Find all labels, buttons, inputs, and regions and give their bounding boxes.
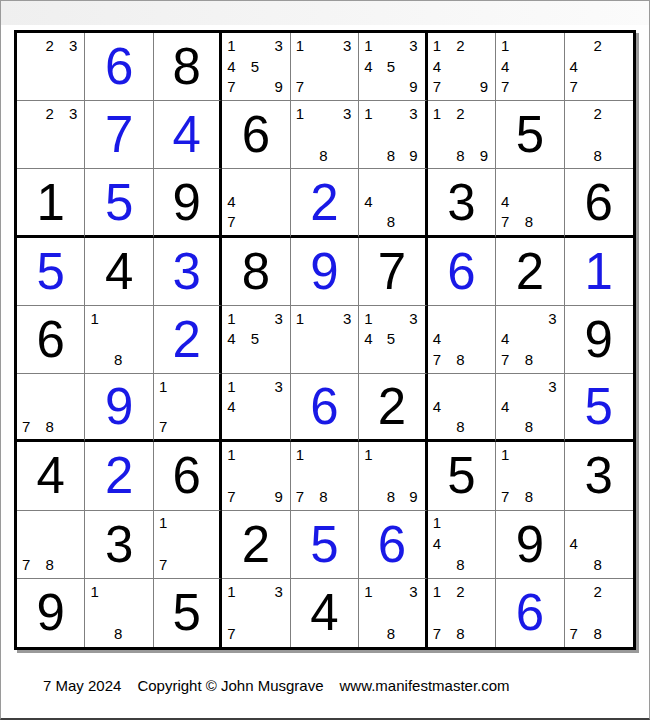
website-url: www.manifestmaster.com xyxy=(340,677,510,694)
cell-r1c1[interactable]: 23 xyxy=(17,33,85,101)
pencil-marks: 28 xyxy=(565,101,633,168)
cell-r5c9[interactable]: 9 xyxy=(565,306,633,374)
candidate-1: 1 xyxy=(227,581,245,602)
cell-r7c1[interactable]: 4 xyxy=(17,442,85,510)
pencil-marks: 137 xyxy=(291,33,358,100)
puzzle-date: 7 May 2024 xyxy=(43,677,121,694)
candidate-7: 7 xyxy=(433,76,451,97)
candidate-7: 7 xyxy=(227,486,245,507)
candidate-9: 9 xyxy=(400,486,418,507)
cell-r4c6[interactable]: 7 xyxy=(359,238,427,306)
candidate-2: 2 xyxy=(40,103,58,124)
candidate-4: 4 xyxy=(227,396,245,416)
cell-r9c1[interactable]: 9 xyxy=(17,579,85,647)
pencil-marks: 138 xyxy=(359,579,424,647)
cell-r3c9[interactable]: 6 xyxy=(565,169,633,237)
candidate-3: 3 xyxy=(264,581,282,602)
candidate-4: 4 xyxy=(364,56,382,77)
candidate-4: 4 xyxy=(501,56,519,77)
solved-digit: 6 xyxy=(105,41,133,92)
page-top-strip xyxy=(1,1,649,25)
candidate-7: 7 xyxy=(501,486,519,507)
candidate-3: 3 xyxy=(538,308,556,329)
candidate-1: 1 xyxy=(501,35,519,56)
cell-r6c9[interactable]: 5 xyxy=(565,374,633,442)
cell-r9c2[interactable]: 18 xyxy=(85,579,153,647)
candidate-1: 1 xyxy=(227,376,245,396)
cell-r2c4[interactable]: 6 xyxy=(222,101,290,169)
cell-r5c2[interactable]: 18 xyxy=(85,306,153,374)
candidate-7: 7 xyxy=(159,416,177,436)
candidate-4: 4 xyxy=(227,56,245,77)
pencil-marks: 247 xyxy=(565,33,633,100)
candidate-9: 9 xyxy=(470,76,488,97)
cell-r6c5[interactable]: 6 xyxy=(291,374,359,442)
pencil-marks: 1289 xyxy=(428,101,495,168)
candidate-3: 3 xyxy=(333,35,351,56)
given-digit: 9 xyxy=(37,587,65,638)
pencil-marks: 48 xyxy=(359,169,424,234)
candidate-7: 7 xyxy=(22,416,40,436)
candidate-4: 4 xyxy=(433,533,451,554)
cell-r7c5[interactable]: 178 xyxy=(291,442,359,510)
cell-r5c8[interactable]: 3478 xyxy=(496,306,564,374)
candidate-1: 1 xyxy=(433,35,451,56)
cell-r2c5[interactable]: 138 xyxy=(291,101,359,169)
cell-r6c6[interactable]: 2 xyxy=(359,374,427,442)
given-digit: 5 xyxy=(516,109,544,160)
cell-r4c9[interactable]: 1 xyxy=(565,238,633,306)
cell-r2c8[interactable]: 5 xyxy=(496,101,564,169)
candidate-4: 4 xyxy=(364,329,382,350)
candidate-1: 1 xyxy=(364,308,382,329)
cell-r5c5[interactable]: 13 xyxy=(291,306,359,374)
candidate-3: 3 xyxy=(264,308,282,329)
candidate-7: 7 xyxy=(22,554,40,575)
candidate-7: 7 xyxy=(501,76,519,97)
candidate-4: 4 xyxy=(501,192,519,212)
pencil-marks: 178 xyxy=(291,442,358,509)
candidate-7: 7 xyxy=(227,212,245,232)
cell-r6c7[interactable]: 48 xyxy=(428,374,496,442)
candidate-7: 7 xyxy=(227,76,245,97)
candidate-8: 8 xyxy=(520,416,538,436)
pencil-marks: 147 xyxy=(496,33,563,100)
cell-r8c4[interactable]: 2 xyxy=(222,511,290,579)
candidate-1: 1 xyxy=(159,513,177,534)
solved-digit: 2 xyxy=(172,314,200,365)
pencil-marks: 138 xyxy=(291,101,358,168)
candidate-1: 1 xyxy=(364,581,382,602)
cell-r8c8[interactable]: 9 xyxy=(496,511,564,579)
candidate-8: 8 xyxy=(382,212,400,232)
cell-r1c4[interactable]: 134579 xyxy=(222,33,290,101)
cell-r1c9[interactable]: 247 xyxy=(565,33,633,101)
candidate-7: 7 xyxy=(227,623,245,644)
pencil-marks: 178 xyxy=(496,442,563,509)
given-digit: 2 xyxy=(242,519,270,570)
pencil-marks: 78 xyxy=(17,374,84,439)
candidate-7: 7 xyxy=(296,76,314,97)
pencil-marks: 12479 xyxy=(428,33,495,100)
cell-r4c2[interactable]: 4 xyxy=(85,238,153,306)
pencil-marks: 13459 xyxy=(359,33,424,100)
candidate-8: 8 xyxy=(451,416,469,436)
cell-r1c7[interactable]: 12479 xyxy=(428,33,496,101)
solved-digit: 7 xyxy=(105,109,133,160)
solved-digit: 6 xyxy=(447,246,475,297)
candidate-5: 5 xyxy=(382,56,400,77)
cell-r4c3[interactable]: 3 xyxy=(154,238,222,306)
candidate-8: 8 xyxy=(520,212,538,232)
candidate-4: 4 xyxy=(433,56,451,77)
pencil-marks: 137 xyxy=(222,579,289,647)
cell-r3c6[interactable]: 48 xyxy=(359,169,427,237)
candidate-8: 8 xyxy=(382,486,400,507)
candidate-8: 8 xyxy=(40,554,58,575)
pencil-marks: 47 xyxy=(222,169,289,234)
given-digit: 4 xyxy=(37,450,65,501)
cell-r7c9[interactable]: 3 xyxy=(565,442,633,510)
given-digit: 8 xyxy=(172,41,200,92)
solved-digit: 6 xyxy=(378,519,406,570)
candidate-5: 5 xyxy=(246,56,264,77)
candidate-4: 4 xyxy=(433,329,451,350)
cell-r3c3[interactable]: 9 xyxy=(154,169,222,237)
given-digit: 1 xyxy=(37,177,65,228)
pencil-marks: 148 xyxy=(428,511,495,578)
candidate-8: 8 xyxy=(314,486,332,507)
candidate-4: 4 xyxy=(570,533,589,554)
pencil-marks: 48 xyxy=(428,374,495,439)
cell-r3c5[interactable]: 2 xyxy=(291,169,359,237)
cell-r7c6[interactable]: 189 xyxy=(359,442,427,510)
given-digit: 4 xyxy=(310,587,338,638)
candidate-8: 8 xyxy=(109,623,127,644)
solved-digit: 6 xyxy=(516,587,544,638)
candidate-4: 4 xyxy=(227,192,245,212)
candidate-1: 1 xyxy=(90,581,108,602)
candidate-9: 9 xyxy=(470,145,488,166)
cell-r6c3[interactable]: 17 xyxy=(154,374,222,442)
given-digit: 4 xyxy=(105,246,133,297)
cell-r6c8[interactable]: 348 xyxy=(496,374,564,442)
footer: 7 May 2024 Copyright © John Musgrave www… xyxy=(43,677,510,694)
cell-r6c1[interactable]: 78 xyxy=(17,374,85,442)
candidate-2: 2 xyxy=(451,581,469,602)
candidate-3: 3 xyxy=(400,35,418,56)
candidate-8: 8 xyxy=(520,349,538,370)
candidate-8: 8 xyxy=(588,623,607,644)
solved-digit: 5 xyxy=(585,381,613,432)
pencil-marks: 179 xyxy=(222,442,289,509)
candidate-8: 8 xyxy=(451,349,469,370)
candidate-2: 2 xyxy=(588,581,607,602)
candidate-8: 8 xyxy=(382,145,400,166)
cell-r7c4[interactable]: 179 xyxy=(222,442,290,510)
candidate-2: 2 xyxy=(588,35,607,56)
candidate-9: 9 xyxy=(400,76,418,97)
pencil-marks: 23 xyxy=(17,101,84,168)
cell-r9c3[interactable]: 5 xyxy=(154,579,222,647)
candidate-1: 1 xyxy=(159,376,177,396)
solved-digit: 1 xyxy=(585,246,613,297)
candidate-7: 7 xyxy=(501,212,519,232)
pencil-marks: 134 xyxy=(222,374,289,439)
pencil-marks: 3478 xyxy=(496,306,563,373)
candidate-5: 5 xyxy=(382,329,400,350)
pencil-marks: 1345 xyxy=(359,306,424,373)
cell-r9c5[interactable]: 4 xyxy=(291,579,359,647)
given-digit: 6 xyxy=(242,109,270,160)
cell-r1c3[interactable]: 8 xyxy=(154,33,222,101)
solved-digit: 9 xyxy=(310,246,338,297)
cell-r5c1[interactable]: 6 xyxy=(17,306,85,374)
solved-digit: 5 xyxy=(37,246,65,297)
candidate-8: 8 xyxy=(588,554,607,575)
candidate-4: 4 xyxy=(227,329,245,350)
cell-r3c4[interactable]: 47 xyxy=(222,169,290,237)
cell-r1c2[interactable]: 6 xyxy=(85,33,153,101)
sudoku-board: 2368134579137134591247914724723746138138… xyxy=(14,30,636,650)
cell-r5c4[interactable]: 1345 xyxy=(222,306,290,374)
given-digit: 3 xyxy=(585,450,613,501)
candidate-7: 7 xyxy=(570,623,589,644)
cell-r3c8[interactable]: 478 xyxy=(496,169,564,237)
candidate-3: 3 xyxy=(59,35,77,56)
candidate-3: 3 xyxy=(59,103,77,124)
candidate-8: 8 xyxy=(451,623,469,644)
given-digit: 3 xyxy=(105,519,133,570)
candidate-1: 1 xyxy=(364,35,382,56)
candidate-3: 3 xyxy=(400,308,418,329)
candidate-7: 7 xyxy=(296,486,314,507)
cell-r2c2[interactable]: 7 xyxy=(85,101,153,169)
candidate-4: 4 xyxy=(501,329,519,350)
candidate-1: 1 xyxy=(364,103,382,124)
cell-r8c2[interactable]: 3 xyxy=(85,511,153,579)
candidate-9: 9 xyxy=(400,145,418,166)
cell-r4c4[interactable]: 8 xyxy=(222,238,290,306)
given-digit: 5 xyxy=(172,587,200,638)
candidate-2: 2 xyxy=(451,35,469,56)
cell-r2c7[interactable]: 1289 xyxy=(428,101,496,169)
cell-r3c1[interactable]: 1 xyxy=(17,169,85,237)
candidate-8: 8 xyxy=(451,554,469,575)
cell-r2c9[interactable]: 28 xyxy=(565,101,633,169)
copyright-text: Copyright © John Musgrave xyxy=(137,677,323,694)
cell-r8c5[interactable]: 5 xyxy=(291,511,359,579)
candidate-8: 8 xyxy=(382,623,400,644)
pencil-marks: 48 xyxy=(565,511,633,578)
pencil-marks: 17 xyxy=(154,374,219,439)
candidate-8: 8 xyxy=(40,416,58,436)
candidate-1: 1 xyxy=(296,444,314,465)
cell-r7c7[interactable]: 5 xyxy=(428,442,496,510)
cell-r1c5[interactable]: 137 xyxy=(291,33,359,101)
candidate-3: 3 xyxy=(264,376,282,396)
cell-r8c1[interactable]: 78 xyxy=(17,511,85,579)
pencil-marks: 18 xyxy=(85,579,152,647)
candidate-9: 9 xyxy=(264,486,282,507)
candidate-3: 3 xyxy=(400,581,418,602)
pencil-marks: 78 xyxy=(17,511,84,578)
candidate-8: 8 xyxy=(451,145,469,166)
candidate-1: 1 xyxy=(433,103,451,124)
cell-r4c5[interactable]: 9 xyxy=(291,238,359,306)
candidate-8: 8 xyxy=(109,349,127,370)
solved-digit: 6 xyxy=(310,381,338,432)
candidate-8: 8 xyxy=(588,145,607,166)
cell-r2c6[interactable]: 1389 xyxy=(359,101,427,169)
cell-r5c3[interactable]: 2 xyxy=(154,306,222,374)
cell-r7c3[interactable]: 6 xyxy=(154,442,222,510)
cell-r6c2[interactable]: 9 xyxy=(85,374,153,442)
given-digit: 6 xyxy=(172,450,200,501)
given-digit: 6 xyxy=(585,177,613,228)
cell-r9c4[interactable]: 137 xyxy=(222,579,290,647)
candidate-1: 1 xyxy=(227,35,245,56)
pencil-marks: 1345 xyxy=(222,306,289,373)
cell-r9c9[interactable]: 278 xyxy=(565,579,633,647)
candidate-7: 7 xyxy=(433,623,451,644)
candidate-1: 1 xyxy=(364,444,382,465)
given-digit: 8 xyxy=(242,246,270,297)
solved-digit: 2 xyxy=(310,177,338,228)
cell-r8c6[interactable]: 6 xyxy=(359,511,427,579)
cell-r3c7[interactable]: 3 xyxy=(428,169,496,237)
pencil-marks: 348 xyxy=(496,374,563,439)
cell-r2c1[interactable]: 23 xyxy=(17,101,85,169)
pencil-marks: 134579 xyxy=(222,33,289,100)
candidate-3: 3 xyxy=(400,103,418,124)
candidate-1: 1 xyxy=(501,444,519,465)
pencil-marks: 23 xyxy=(17,33,84,100)
pencil-marks: 1389 xyxy=(359,101,424,168)
cell-r8c7[interactable]: 148 xyxy=(428,511,496,579)
pencil-marks: 478 xyxy=(496,169,563,234)
given-digit: 9 xyxy=(585,314,613,365)
cell-r1c8[interactable]: 147 xyxy=(496,33,564,101)
cell-r7c8[interactable]: 178 xyxy=(496,442,564,510)
given-digit: 7 xyxy=(378,246,406,297)
candidate-5: 5 xyxy=(246,329,264,350)
solved-digit: 4 xyxy=(172,109,200,160)
cell-r4c8[interactable]: 2 xyxy=(496,238,564,306)
candidate-4: 4 xyxy=(364,192,382,212)
cell-r3c2[interactable]: 5 xyxy=(85,169,153,237)
cell-r5c6[interactable]: 1345 xyxy=(359,306,427,374)
given-digit: 3 xyxy=(447,177,475,228)
candidate-1: 1 xyxy=(227,308,245,329)
cell-r4c1[interactable]: 5 xyxy=(17,238,85,306)
cell-r9c6[interactable]: 138 xyxy=(359,579,427,647)
solved-digit: 2 xyxy=(105,450,133,501)
candidate-2: 2 xyxy=(451,103,469,124)
cell-r6c4[interactable]: 134 xyxy=(222,374,290,442)
pencil-marks: 13 xyxy=(291,306,358,373)
given-digit: 9 xyxy=(172,177,200,228)
candidate-3: 3 xyxy=(333,103,351,124)
given-digit: 6 xyxy=(37,314,65,365)
candidate-7: 7 xyxy=(433,349,451,370)
pencil-marks: 278 xyxy=(565,579,633,647)
solved-digit: 5 xyxy=(310,519,338,570)
solved-digit: 3 xyxy=(172,246,200,297)
cell-r9c7[interactable]: 1278 xyxy=(428,579,496,647)
candidate-3: 3 xyxy=(333,308,351,329)
cell-r1c6[interactable]: 13459 xyxy=(359,33,427,101)
given-digit: 9 xyxy=(516,519,544,570)
pencil-marks: 189 xyxy=(359,442,424,509)
candidate-1: 1 xyxy=(433,513,451,534)
cell-r8c9[interactable]: 48 xyxy=(565,511,633,579)
cell-r8c3[interactable]: 17 xyxy=(154,511,222,579)
candidate-7: 7 xyxy=(501,349,519,370)
candidate-7: 7 xyxy=(159,554,177,575)
candidate-8: 8 xyxy=(520,486,538,507)
candidate-4: 4 xyxy=(433,396,451,416)
candidate-3: 3 xyxy=(264,35,282,56)
candidate-2: 2 xyxy=(40,35,58,56)
cell-r9c8[interactable]: 6 xyxy=(496,579,564,647)
candidate-2: 2 xyxy=(588,103,607,124)
given-digit: 5 xyxy=(447,450,475,501)
given-digit: 2 xyxy=(516,246,544,297)
candidate-1: 1 xyxy=(296,103,314,124)
candidate-1: 1 xyxy=(296,308,314,329)
solved-digit: 5 xyxy=(105,177,133,228)
candidate-9: 9 xyxy=(264,76,282,97)
cell-r4c7[interactable]: 6 xyxy=(428,238,496,306)
pencil-marks: 17 xyxy=(154,511,219,578)
candidate-1: 1 xyxy=(90,308,108,329)
candidate-1: 1 xyxy=(296,35,314,56)
candidate-8: 8 xyxy=(314,145,332,166)
given-digit: 2 xyxy=(378,381,406,432)
cell-r2c3[interactable]: 4 xyxy=(154,101,222,169)
candidate-3: 3 xyxy=(538,376,556,396)
candidate-1: 1 xyxy=(433,581,451,602)
solved-digit: 9 xyxy=(105,381,133,432)
pencil-marks: 478 xyxy=(428,306,495,373)
pencil-marks: 18 xyxy=(85,306,152,373)
candidate-1: 1 xyxy=(227,444,245,465)
cell-r7c2[interactable]: 2 xyxy=(85,442,153,510)
cell-r5c7[interactable]: 478 xyxy=(428,306,496,374)
candidate-7: 7 xyxy=(570,76,589,97)
candidate-4: 4 xyxy=(501,396,519,416)
pencil-marks: 1278 xyxy=(428,579,495,647)
candidate-4: 4 xyxy=(570,56,589,77)
